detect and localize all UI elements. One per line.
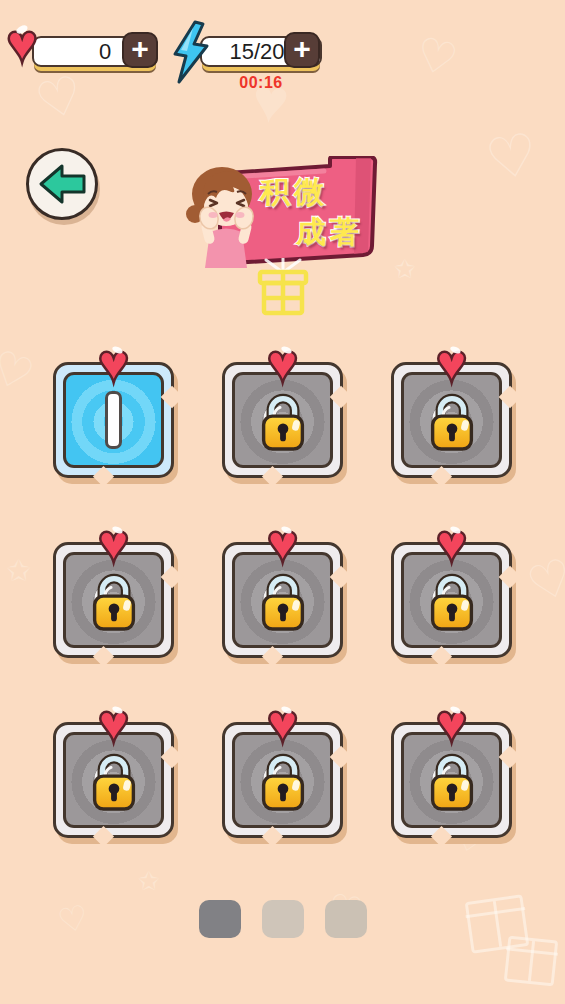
tile-notch — [161, 746, 184, 769]
tile-notch — [499, 566, 522, 589]
plus-icon: + — [131, 34, 149, 64]
lightning-icon — [168, 20, 214, 84]
girl-character — [180, 158, 270, 268]
life-heart-icon: ♥ — [435, 516, 467, 570]
tile-notch — [93, 826, 114, 847]
life-heart-icon: ♥ — [266, 336, 298, 390]
tile-notch — [431, 826, 452, 847]
tile-notch — [93, 466, 114, 487]
page-dot-3[interactable] — [325, 900, 367, 938]
padlock-icon — [252, 567, 314, 633]
level-tile-6-locked[interactable]: ♥ — [391, 520, 512, 662]
doodle-heart-icon: ♡ — [481, 124, 542, 190]
tile-notch — [262, 466, 283, 487]
tile-notch — [499, 386, 522, 409]
level-tile-5-locked[interactable]: ♥ — [222, 520, 343, 662]
tile-notch — [431, 646, 452, 667]
game-screen: ♡♥♡♡✩♡✩♡♡✩♡♡ 0 ♥ + 15/20 + 00:16 — [0, 0, 565, 1004]
tile-notch — [330, 566, 353, 589]
tile-notch — [161, 566, 184, 589]
life-heart-icon: ♥ — [97, 516, 129, 570]
padlock-icon — [421, 747, 483, 813]
level-tile-2-locked[interactable]: ♥ — [222, 340, 343, 482]
doodle-heart-icon: ✩ — [138, 868, 160, 894]
page-dot-1[interactable] — [199, 900, 241, 938]
padlock-icon — [83, 567, 145, 633]
padlock-icon — [252, 387, 314, 453]
doodle-heart-icon: ♡ — [411, 30, 462, 85]
back-button[interactable] — [26, 148, 98, 220]
tile-notch — [262, 646, 283, 667]
tile-notch — [431, 466, 452, 487]
page-dot-2[interactable] — [262, 900, 304, 938]
padlock-icon — [421, 567, 483, 633]
life-heart-icon: ♥ — [97, 336, 129, 390]
level-tile-7-locked[interactable]: ♥ — [53, 700, 174, 842]
banner-title-line2: 成著 — [296, 212, 364, 253]
tile-notch — [330, 746, 353, 769]
life-heart-icon: ♥ — [266, 696, 298, 750]
life-heart-icon: ♥ — [97, 696, 129, 750]
plus-icon: + — [293, 34, 311, 64]
life-heart-icon: ♥ — [266, 516, 298, 570]
doodle-heart-icon: ✩ — [394, 256, 416, 282]
heart-icon: ♥ — [6, 16, 38, 70]
gift-doodle-icon — [504, 936, 559, 987]
energy-refill-timer: 00:16 — [226, 74, 296, 92]
tile-notch — [330, 386, 353, 409]
hearts-counter: 0 ♥ + — [10, 26, 168, 82]
energy-counter: 15/20 + 00:16 — [166, 20, 328, 94]
add-hearts-button[interactable]: + — [122, 32, 158, 68]
tile-notch — [262, 826, 283, 847]
tile-notch — [161, 386, 184, 409]
padlock-icon — [83, 747, 145, 813]
level-tile-8-locked[interactable]: ♥ — [222, 700, 343, 842]
add-energy-button[interactable]: + — [284, 32, 320, 68]
page-indicator — [0, 900, 565, 938]
banner-title-line1: 积微 — [260, 172, 328, 213]
life-heart-icon: ♥ — [435, 336, 467, 390]
title-banner: 积微 成著 — [204, 156, 386, 270]
level-tile-1-unlocked[interactable]: ♥ 1 — [53, 340, 174, 482]
back-arrow-icon — [38, 163, 86, 205]
level-tile-9-locked[interactable]: ♥ — [391, 700, 512, 842]
padlock-icon — [421, 387, 483, 453]
level-tile-3-locked[interactable]: ♥ — [391, 340, 512, 482]
padlock-icon — [252, 747, 314, 813]
level-number: 1 — [105, 391, 122, 449]
life-heart-icon: ♥ — [435, 696, 467, 750]
tile-notch — [499, 746, 522, 769]
level-grid: ♥ 1 ♥ — [0, 340, 565, 842]
hearts-value: 0 — [79, 39, 111, 65]
level-tile-4-locked[interactable]: ♥ — [53, 520, 174, 662]
tile-notch — [93, 646, 114, 667]
